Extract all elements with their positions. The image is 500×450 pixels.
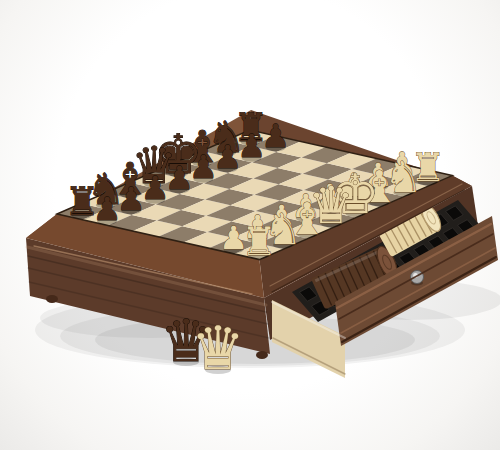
piece-white-rook-a1: ♜ [241, 219, 276, 264]
chess-set-scene: ♜♟♞♟♝♟♚♟♟♜♛♟♟♞♝♟♟♝♞♟♟♚♜♟♟♛♟♝♟♞♟♜♛♛ [0, 0, 500, 450]
extra-light-queen: ♛ [191, 313, 245, 383]
case-foot-left [46, 295, 58, 303]
piece-black-pawn-a7: ♟ [93, 190, 122, 228]
chess-set-product-photo: ♜♟♞♟♝♟♚♟♟♜♛♟♟♞♝♟♟♝♞♟♟♚♜♟♟♛♟♝♟♞♟♜♛♛ [0, 0, 500, 450]
case-foot-near [256, 351, 268, 359]
